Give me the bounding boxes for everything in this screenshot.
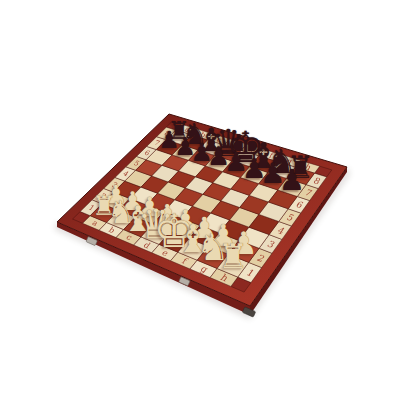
piece-white-rook-h1[interactable]: ♜ (218, 240, 248, 274)
chess-set-photo: aabbccddeeffgghh1122334455667788 ♜♞♟♝♟♛♟… (0, 0, 400, 400)
chess-board: aabbccddeeffgghh1122334455667788 (0, 0, 400, 400)
piece-black-pawn-h7[interactable]: ♟ (279, 166, 305, 195)
